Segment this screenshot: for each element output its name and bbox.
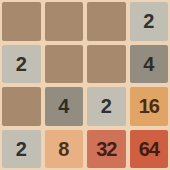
tile-64: 64 <box>130 130 169 169</box>
tile-2: 2 <box>87 87 126 126</box>
empty-cell <box>45 45 84 84</box>
tile-32: 32 <box>87 130 126 169</box>
empty-cell <box>2 87 41 126</box>
empty-cell <box>2 2 41 41</box>
tile-4: 4 <box>45 87 84 126</box>
tile-4: 4 <box>130 45 169 84</box>
empty-cell <box>45 2 84 41</box>
tile-16: 16 <box>130 87 169 126</box>
empty-cell <box>87 45 126 84</box>
game-board-2048[interactable]: 2244216283264 <box>0 0 170 170</box>
empty-cell <box>87 2 126 41</box>
tile-2: 2 <box>130 2 169 41</box>
tile-8: 8 <box>45 130 84 169</box>
tile-2: 2 <box>2 130 41 169</box>
tile-2: 2 <box>2 45 41 84</box>
